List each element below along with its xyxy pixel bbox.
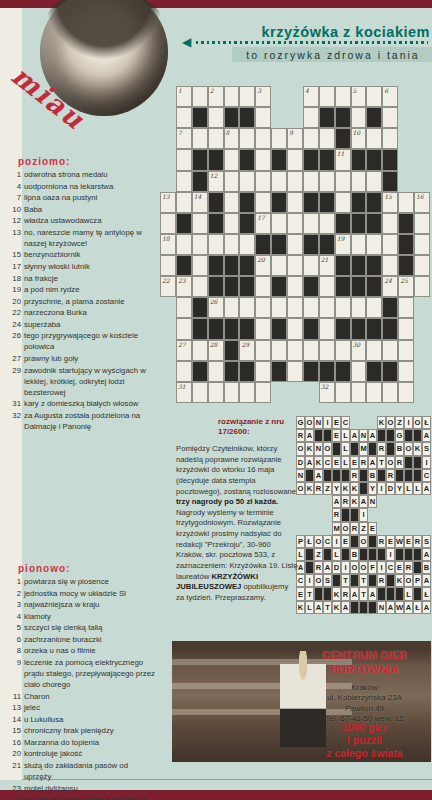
black-cell bbox=[271, 149, 287, 170]
solution-letter-cell: A bbox=[350, 429, 359, 442]
solution-letter-cell: A bbox=[305, 429, 314, 442]
grid-cell[interactable] bbox=[176, 171, 192, 192]
solution-letter-cell: B bbox=[368, 469, 377, 482]
grid-cell[interactable] bbox=[351, 361, 367, 382]
no-cell bbox=[160, 149, 176, 170]
solution-letter-cell: R bbox=[341, 495, 350, 508]
clue-item: 15benzynozbiornik bbox=[6, 249, 156, 260]
solution-black-cell bbox=[386, 574, 395, 587]
across-clues-title: poziomo: bbox=[18, 156, 70, 167]
grid-cell[interactable]: 15 bbox=[382, 192, 398, 213]
grid-cell[interactable]: 22 bbox=[160, 276, 176, 297]
solution-black-cell bbox=[332, 574, 341, 587]
grid-cell[interactable] bbox=[319, 86, 335, 107]
grid-cell[interactable] bbox=[192, 382, 208, 403]
solution-letter-cell: E bbox=[404, 535, 413, 548]
solution-black-cell bbox=[323, 587, 332, 600]
grid-cell[interactable] bbox=[366, 297, 382, 318]
solution-letter-cell: I bbox=[377, 561, 386, 574]
black-cell bbox=[239, 276, 255, 297]
black-cell bbox=[239, 318, 255, 339]
grid-cell[interactable] bbox=[319, 128, 335, 149]
grid-cell[interactable] bbox=[382, 128, 398, 149]
black-cell bbox=[366, 107, 382, 128]
black-cell bbox=[239, 149, 255, 170]
solution-black-cell bbox=[359, 469, 368, 482]
solution-letter-cell: O bbox=[350, 561, 359, 574]
no-cell bbox=[422, 522, 431, 535]
page-title: krzyżówka z kociakiem bbox=[244, 24, 430, 40]
solution-letter-cell: A bbox=[368, 429, 377, 442]
grid-cell[interactable]: 26 bbox=[208, 297, 224, 318]
solution-letter-cell: M bbox=[359, 442, 368, 455]
black-cell bbox=[335, 276, 351, 297]
grid-cell[interactable] bbox=[366, 382, 382, 403]
grid-cell[interactable] bbox=[287, 318, 303, 339]
contest-paragraph: Pomiędzy Czytelników, którzy nadeślą pop… bbox=[176, 444, 298, 603]
clue-item: 8orzeka u nas o filmie bbox=[6, 645, 156, 656]
solution-letter-cell: G bbox=[395, 429, 404, 442]
grid-cell[interactable] bbox=[224, 149, 240, 170]
solution-letter-cell: I bbox=[386, 548, 395, 561]
black-cell bbox=[192, 361, 208, 382]
grid-cell[interactable] bbox=[382, 107, 398, 128]
no-cell bbox=[414, 361, 430, 382]
grid-cell[interactable] bbox=[239, 128, 255, 149]
grid-cell[interactable] bbox=[192, 128, 208, 149]
black-cell bbox=[224, 276, 240, 297]
no-cell bbox=[377, 522, 386, 535]
solution-letter-cell: A bbox=[422, 482, 431, 495]
clue-item: 27prawny lub goły bbox=[6, 353, 156, 364]
black-cell bbox=[224, 107, 240, 128]
no-cell bbox=[414, 171, 430, 192]
solution-letter-cell: R bbox=[314, 482, 323, 495]
grid-cell[interactable] bbox=[239, 297, 255, 318]
grid-cell[interactable]: 14 bbox=[192, 192, 208, 213]
grid-cell[interactable]: 28 bbox=[208, 340, 224, 361]
grid-cell[interactable] bbox=[287, 171, 303, 192]
solution-letter-cell: D bbox=[386, 482, 395, 495]
grid-cell[interactable]: 24 bbox=[382, 276, 398, 297]
grid-cell[interactable] bbox=[255, 318, 271, 339]
black-cell bbox=[208, 318, 224, 339]
grid-cell[interactable] bbox=[366, 128, 382, 149]
grid-cell[interactable]: 8 bbox=[224, 128, 240, 149]
grid-cell[interactable] bbox=[319, 318, 335, 339]
grid-cell[interactable] bbox=[335, 340, 351, 361]
grid-cell[interactable]: 29 bbox=[239, 340, 255, 361]
no-cell bbox=[386, 508, 395, 521]
grid-cell[interactable] bbox=[398, 318, 414, 339]
grid-cell[interactable] bbox=[351, 234, 367, 255]
grid-cell[interactable] bbox=[271, 255, 287, 276]
grid-cell[interactable]: 18 bbox=[160, 234, 176, 255]
down-clues-title: pionowo: bbox=[18, 563, 70, 574]
solution-letter-cell: O bbox=[404, 442, 413, 455]
grid-cell[interactable] bbox=[303, 255, 319, 276]
grid-cell[interactable] bbox=[239, 382, 255, 403]
black-cell bbox=[208, 149, 224, 170]
black-cell bbox=[239, 192, 255, 213]
black-cell bbox=[239, 213, 255, 234]
grid-cell[interactable] bbox=[351, 107, 367, 128]
no-cell bbox=[305, 508, 314, 521]
solution-letter-cell: Y bbox=[332, 482, 341, 495]
grid-cell[interactable] bbox=[287, 255, 303, 276]
black-cell bbox=[192, 297, 208, 318]
no-cell bbox=[314, 495, 323, 508]
grid-cell[interactable] bbox=[303, 213, 319, 234]
no-cell bbox=[404, 522, 413, 535]
grid-cell[interactable] bbox=[271, 340, 287, 361]
solution-letter-cell: E bbox=[332, 416, 341, 429]
grid-cell[interactable] bbox=[224, 234, 240, 255]
grid-cell[interactable] bbox=[414, 234, 430, 255]
grid-cell[interactable] bbox=[366, 86, 382, 107]
grid-cell[interactable] bbox=[414, 276, 430, 297]
solution-letter-cell: T bbox=[323, 601, 332, 614]
grid-cell[interactable] bbox=[208, 382, 224, 403]
grid-cell[interactable] bbox=[160, 255, 176, 276]
solution-letter-cell: Ł bbox=[422, 587, 431, 600]
grid-cell[interactable]: 21 bbox=[319, 255, 335, 276]
grid-cell[interactable]: 1 bbox=[176, 86, 192, 107]
solution-black-cell bbox=[377, 587, 386, 600]
grid-cell[interactable] bbox=[319, 297, 335, 318]
solution-letter-cell: K bbox=[350, 495, 359, 508]
grid-cell[interactable] bbox=[319, 340, 335, 361]
store-ad[interactable]: CENTRUM GIERHURTOWNIA Kraków ul. Kobierz… bbox=[172, 641, 431, 762]
solution-letter-cell: S bbox=[422, 442, 431, 455]
grid-cell[interactable] bbox=[239, 234, 255, 255]
solution-black-cell bbox=[332, 442, 341, 455]
solution-letter-cell: K bbox=[305, 442, 314, 455]
solution-letter-cell: R bbox=[413, 535, 422, 548]
grid-cell[interactable] bbox=[160, 213, 176, 234]
solution-black-cell bbox=[368, 601, 377, 614]
grid-cell[interactable] bbox=[382, 340, 398, 361]
grid-cell[interactable] bbox=[224, 213, 240, 234]
grid-cell[interactable]: 11 bbox=[335, 149, 351, 170]
solution-letter-cell: R bbox=[377, 442, 386, 455]
solution-letter-cell: Z bbox=[314, 548, 323, 561]
black-cell bbox=[271, 192, 287, 213]
no-cell bbox=[160, 107, 176, 128]
grid-cell[interactable] bbox=[351, 297, 367, 318]
grid-cell[interactable] bbox=[398, 382, 414, 403]
grid-cell[interactable] bbox=[224, 86, 240, 107]
clue-item: 25na tym obszarze leżała Kolchida ze zło… bbox=[6, 794, 156, 800]
grid-cell[interactable] bbox=[176, 297, 192, 318]
black-cell bbox=[208, 192, 224, 213]
black-cell bbox=[192, 107, 208, 128]
clue-item: 14u Lukullusa bbox=[6, 714, 156, 725]
solution-black-cell bbox=[377, 548, 386, 561]
clue-item: 13jelec bbox=[6, 702, 156, 713]
grid-cell[interactable]: 4 bbox=[303, 86, 319, 107]
solution-grid: GONIECKOZIOŁRAELANAGAOKNOLMRBOKSDAKCELER… bbox=[296, 416, 431, 614]
grid-cell[interactable] bbox=[176, 107, 192, 128]
black-cell bbox=[208, 255, 224, 276]
grid-cell[interactable] bbox=[271, 171, 287, 192]
clue-item: 13no, nareszcie mamy tę antylopę w nasze… bbox=[6, 227, 156, 249]
no-cell bbox=[303, 382, 319, 403]
grid-cell[interactable] bbox=[208, 128, 224, 149]
grid-cell[interactable] bbox=[382, 255, 398, 276]
solution-letter-cell: O bbox=[386, 456, 395, 469]
grid-cell[interactable]: 13 bbox=[160, 192, 176, 213]
grid-cell[interactable]: 19 bbox=[335, 234, 351, 255]
grid-cell[interactable]: 10 bbox=[351, 128, 367, 149]
solution-letter-cell: T bbox=[341, 574, 350, 587]
black-cell bbox=[224, 318, 240, 339]
grid-cell[interactable]: 3 bbox=[255, 86, 271, 107]
solution-letter-cell: L bbox=[341, 429, 350, 442]
grid-cell[interactable] bbox=[319, 171, 335, 192]
grid-cell[interactable] bbox=[255, 171, 271, 192]
solution-letter-cell: A bbox=[323, 561, 332, 574]
grid-cell[interactable] bbox=[366, 340, 382, 361]
grid-cell[interactable] bbox=[176, 318, 192, 339]
grid-cell[interactable] bbox=[319, 276, 335, 297]
grid-cell[interactable] bbox=[303, 128, 319, 149]
no-cell bbox=[414, 340, 430, 361]
solution-letter-cell: R bbox=[314, 561, 323, 574]
solution-black-cell bbox=[323, 469, 332, 482]
grid-cell[interactable] bbox=[382, 382, 398, 403]
solution-letter-cell: A bbox=[404, 601, 413, 614]
grid-cell[interactable] bbox=[192, 255, 208, 276]
solution-letter-cell: R bbox=[395, 456, 404, 469]
grid-cell[interactable]: 20 bbox=[255, 255, 271, 276]
grid-cell[interactable] bbox=[366, 234, 382, 255]
solution-letter-cell: R bbox=[377, 574, 386, 587]
solution-black-cell bbox=[341, 548, 350, 561]
grid-cell[interactable] bbox=[303, 297, 319, 318]
grid-cell[interactable] bbox=[287, 213, 303, 234]
no-cell bbox=[160, 171, 176, 192]
solution-black-cell bbox=[377, 429, 386, 442]
clue-item: 1odwrotna strona medalu bbox=[6, 169, 156, 180]
solution-black-cell bbox=[359, 601, 368, 614]
grid-cell[interactable] bbox=[192, 234, 208, 255]
clue-item: 19a pod nim rydze bbox=[6, 284, 156, 295]
grid-cell[interactable] bbox=[271, 128, 287, 149]
grid-cell[interactable]: 23 bbox=[176, 276, 192, 297]
grid-cell[interactable] bbox=[303, 107, 319, 128]
grid-cell[interactable] bbox=[239, 171, 255, 192]
grid-cell[interactable] bbox=[335, 171, 351, 192]
solution-black-cell bbox=[314, 587, 323, 600]
grid-cell[interactable]: 6 bbox=[382, 86, 398, 107]
grid-cell[interactable] bbox=[255, 382, 271, 403]
solution-letter-cell: W bbox=[395, 535, 404, 548]
clue-item: 32za Augusta została podzielona na Dalma… bbox=[6, 410, 156, 432]
solution-letter-cell: E bbox=[332, 429, 341, 442]
no-cell bbox=[398, 171, 414, 192]
grid-cell[interactable] bbox=[366, 171, 382, 192]
grid-cell[interactable] bbox=[398, 361, 414, 382]
solution-letter-cell: A bbox=[359, 495, 368, 508]
dotted-line bbox=[196, 41, 428, 44]
solution-letter-cell: C bbox=[323, 456, 332, 469]
grid-cell[interactable] bbox=[192, 340, 208, 361]
solution-letter-cell: O bbox=[404, 574, 413, 587]
clue-item: 1powtarza się w piosence bbox=[6, 576, 156, 587]
solution-letter-cell: R bbox=[341, 587, 350, 600]
grid-cell[interactable]: 9 bbox=[287, 128, 303, 149]
solution-black-cell bbox=[404, 456, 413, 469]
grid-cell[interactable] bbox=[208, 361, 224, 382]
grid-cell[interactable] bbox=[176, 361, 192, 382]
left-arrow-icon: ◀ bbox=[182, 35, 191, 49]
grid-cell[interactable]: 17 bbox=[255, 213, 271, 234]
grid-cell[interactable] bbox=[176, 192, 192, 213]
solution-letter-cell: I bbox=[422, 456, 431, 469]
grid-cell[interactable] bbox=[224, 192, 240, 213]
grid-cell[interactable] bbox=[287, 234, 303, 255]
grid-cell[interactable]: 2 bbox=[208, 86, 224, 107]
crossword-grid[interactable]: 1234567891011121314151617181920212223242… bbox=[160, 86, 430, 403]
grid-cell[interactable] bbox=[255, 297, 271, 318]
black-cell bbox=[224, 255, 240, 276]
grid-cell[interactable] bbox=[335, 192, 351, 213]
grid-cell[interactable] bbox=[255, 128, 271, 149]
grid-cell[interactable] bbox=[255, 276, 271, 297]
grid-cell[interactable] bbox=[414, 255, 430, 276]
black-cell bbox=[335, 213, 351, 234]
black-cell bbox=[319, 361, 335, 382]
grid-cell[interactable] bbox=[255, 149, 271, 170]
solution-letter-cell: I bbox=[323, 416, 332, 429]
solution-letter-cell: A bbox=[422, 601, 431, 614]
solution-letter-cell: N bbox=[368, 495, 377, 508]
grid-cell[interactable] bbox=[224, 382, 240, 403]
no-cell bbox=[386, 495, 395, 508]
no-cell bbox=[414, 297, 430, 318]
grid-cell[interactable] bbox=[398, 340, 414, 361]
grid-cell[interactable] bbox=[398, 297, 414, 318]
grid-cell[interactable] bbox=[335, 297, 351, 318]
grid-cell[interactable]: 16 bbox=[414, 192, 430, 213]
grid-cell[interactable] bbox=[351, 171, 367, 192]
no-cell bbox=[414, 318, 430, 339]
solution-letter-cell: O bbox=[314, 535, 323, 548]
solution-letter-cell: A bbox=[422, 574, 431, 587]
grid-cell[interactable] bbox=[351, 382, 367, 403]
grid-cell[interactable]: 7 bbox=[176, 128, 192, 149]
grid-cell[interactable] bbox=[287, 297, 303, 318]
clue-item: 24superżaba bbox=[6, 319, 156, 330]
grid-cell[interactable] bbox=[255, 340, 271, 361]
solution-letter-cell: L bbox=[404, 482, 413, 495]
grid-cell[interactable] bbox=[255, 361, 271, 382]
solution-letter-cell: O bbox=[305, 416, 314, 429]
solution-letter-cell: L bbox=[404, 587, 413, 600]
black-cell bbox=[335, 361, 351, 382]
solution-letter-cell: A bbox=[368, 587, 377, 600]
solution-black-cell bbox=[413, 548, 422, 561]
black-cell bbox=[319, 234, 335, 255]
black-cell bbox=[239, 255, 255, 276]
no-cell bbox=[414, 128, 430, 149]
solution-letter-cell: K bbox=[413, 442, 422, 455]
grid-cell[interactable] bbox=[192, 86, 208, 107]
solution-letter-cell: B bbox=[422, 561, 431, 574]
grid-cell[interactable] bbox=[255, 192, 271, 213]
grid-cell[interactable] bbox=[335, 382, 351, 403]
grid-cell[interactable]: 32 bbox=[319, 382, 335, 403]
solution-letter-cell: T bbox=[359, 587, 368, 600]
no-cell bbox=[377, 508, 386, 521]
grid-cell[interactable] bbox=[414, 213, 430, 234]
grid-cell[interactable]: 25 bbox=[398, 276, 414, 297]
grid-cell[interactable] bbox=[287, 192, 303, 213]
grid-cell[interactable] bbox=[224, 297, 240, 318]
grid-cell[interactable] bbox=[303, 340, 319, 361]
solution-letter-cell: Y bbox=[368, 482, 377, 495]
grid-cell[interactable] bbox=[303, 171, 319, 192]
solution-black-cell bbox=[350, 508, 359, 521]
grid-cell[interactable] bbox=[208, 107, 224, 128]
no-cell bbox=[314, 508, 323, 521]
grid-cell[interactable] bbox=[287, 361, 303, 382]
grid-cell[interactable]: 30 bbox=[351, 340, 367, 361]
no-cell bbox=[398, 86, 414, 107]
solution-letter-cell: Z bbox=[359, 522, 368, 535]
grid-cell[interactable] bbox=[192, 276, 208, 297]
no-cell bbox=[323, 508, 332, 521]
grid-cell[interactable]: 5 bbox=[351, 86, 367, 107]
grid-cell[interactable] bbox=[287, 340, 303, 361]
grid-cell[interactable] bbox=[382, 213, 398, 234]
grid-cell[interactable] bbox=[271, 213, 287, 234]
solution-black-cell bbox=[305, 561, 314, 574]
grid-cell[interactable] bbox=[255, 107, 271, 128]
no-cell bbox=[160, 86, 176, 107]
black-cell bbox=[239, 361, 255, 382]
no-cell bbox=[323, 495, 332, 508]
grid-cell[interactable] bbox=[208, 234, 224, 255]
clue-item: 2jednostka mocy w układzie SI bbox=[6, 588, 156, 599]
grid-cell[interactable] bbox=[319, 213, 335, 234]
solution-letter-cell: I bbox=[305, 574, 314, 587]
no-cell bbox=[160, 318, 176, 339]
grid-cell[interactable] bbox=[224, 171, 240, 192]
grid-cell[interactable] bbox=[192, 213, 208, 234]
grid-cell[interactable]: 27 bbox=[176, 340, 192, 361]
solution-letter-cell: A bbox=[314, 601, 323, 614]
solution-letter-cell: O bbox=[314, 574, 323, 587]
solution-black-cell bbox=[413, 587, 422, 600]
grid-cell[interactable]: 12 bbox=[208, 171, 224, 192]
grid-cell[interactable] bbox=[239, 86, 255, 107]
grid-cell[interactable] bbox=[398, 192, 414, 213]
solution-letter-cell: Y bbox=[395, 482, 404, 495]
grid-cell[interactable] bbox=[176, 149, 192, 170]
solution-letter-cell: L bbox=[341, 442, 350, 455]
grid-cell[interactable] bbox=[176, 234, 192, 255]
grid-cell[interactable] bbox=[335, 86, 351, 107]
grid-cell[interactable] bbox=[287, 149, 303, 170]
grid-cell[interactable] bbox=[382, 234, 398, 255]
clue-item: 3najważniejsza w kraju bbox=[6, 599, 156, 610]
grid-cell[interactable] bbox=[287, 276, 303, 297]
grid-cell[interactable]: 31 bbox=[176, 382, 192, 403]
solution-letter-cell: A bbox=[422, 429, 431, 442]
grid-cell[interactable] bbox=[271, 297, 287, 318]
